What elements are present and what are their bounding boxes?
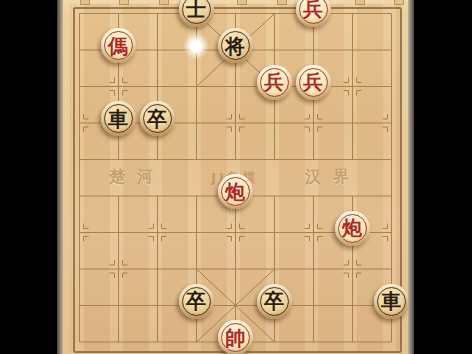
- piece-black-pawn[interactable]: 卒: [179, 284, 214, 319]
- piece-character: 卒: [143, 104, 172, 133]
- piece-black-pawn[interactable]: 卒: [257, 284, 292, 319]
- piece-red-horse[interactable]: 傌: [101, 28, 136, 63]
- piece-character: 士: [182, 0, 211, 24]
- piece-red-pawn[interactable]: 兵: [257, 65, 292, 100]
- frame-notch: [159, 0, 169, 5]
- frame-notch: [277, 0, 287, 5]
- piece-character: 卒: [182, 287, 211, 316]
- app-screen: 楚河 JJ象棋 汉界 士兵傌将兵兵車卒炮炮卒卒車帥: [0, 0, 472, 354]
- piece-black-chariot[interactable]: 車: [101, 101, 136, 136]
- piece-character: 炮: [338, 214, 367, 243]
- xiangqi-board[interactable]: 楚河 JJ象棋 汉界 士兵傌将兵兵車卒炮炮卒卒車帥: [57, 0, 414, 354]
- piece-character: 車: [104, 104, 133, 133]
- piece-character: 兵: [299, 68, 328, 97]
- piece-red-cannon[interactable]: 炮: [335, 211, 370, 246]
- piece-character: 傌: [104, 31, 133, 60]
- piece-character: 将: [221, 31, 250, 60]
- piece-character: 兵: [299, 0, 328, 24]
- piece-black-general[interactable]: 将: [218, 28, 253, 63]
- panel-edge-right: [408, 0, 414, 354]
- last-move-indicator: [183, 33, 209, 59]
- piece-character: 炮: [221, 177, 250, 206]
- piece-red-pawn[interactable]: 兵: [296, 65, 331, 100]
- piece-red-general[interactable]: 帥: [218, 320, 253, 354]
- piece-black-pawn[interactable]: 卒: [140, 101, 175, 136]
- piece-character: 卒: [260, 287, 289, 316]
- frame-notch: [237, 0, 247, 5]
- frame-notch: [394, 0, 404, 5]
- piece-character: 兵: [260, 68, 289, 97]
- piece-character: 帥: [221, 323, 250, 352]
- piece-character: 車: [377, 287, 406, 316]
- piece-black-chariot[interactable]: 車: [374, 284, 409, 319]
- panel-edge-left: [57, 0, 63, 354]
- frame-notch: [119, 0, 129, 5]
- frame-notch: [355, 0, 365, 5]
- frame-notch: [80, 0, 90, 5]
- piece-red-cannon[interactable]: 炮: [218, 174, 253, 209]
